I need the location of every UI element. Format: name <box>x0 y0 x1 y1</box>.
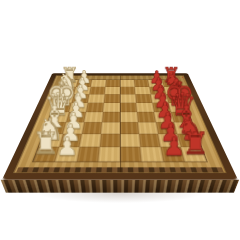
square <box>63 122 84 134</box>
square <box>76 80 92 87</box>
square <box>89 87 105 95</box>
square <box>104 94 120 102</box>
square <box>55 94 73 102</box>
square <box>138 122 158 134</box>
square <box>105 87 120 95</box>
carved-front-face <box>1 180 240 193</box>
square <box>135 94 152 102</box>
square <box>171 112 192 122</box>
square <box>72 94 90 102</box>
square <box>101 122 120 134</box>
square <box>135 87 151 95</box>
square <box>88 94 105 102</box>
square <box>102 112 120 122</box>
square <box>134 80 149 87</box>
square <box>164 87 181 95</box>
perspective-scene: ♜♟♟♜♞♟♟♞♝♟♟♝♚♟♟♚♛♟♟♛♝♟♟♝♞♟♟♞♜♟♟♜ <box>0 0 240 240</box>
square <box>166 94 184 102</box>
square <box>91 80 106 87</box>
square <box>66 112 86 122</box>
square <box>120 122 139 134</box>
chess-board: ♜♟♟♜♞♟♟♞♝♟♟♝♚♟♟♚♛♟♟♛♝♟♟♝♞♟♟♞♜♟♟♜ <box>2 73 238 179</box>
square <box>120 94 136 102</box>
king-flag-icon <box>181 67 190 73</box>
square <box>84 112 103 122</box>
square <box>162 80 179 87</box>
square <box>120 80 135 87</box>
square <box>105 80 120 87</box>
square <box>137 112 156 122</box>
square <box>120 87 135 95</box>
square <box>174 122 196 134</box>
square <box>82 122 102 134</box>
product-photo: ♜♟♟♜♞♟♟♞♝♟♟♝♚♟♟♚♛♟♟♛♝♟♟♝♞♟♟♞♜♟♟♜ <box>0 0 240 240</box>
square <box>120 112 138 122</box>
square <box>74 87 91 95</box>
